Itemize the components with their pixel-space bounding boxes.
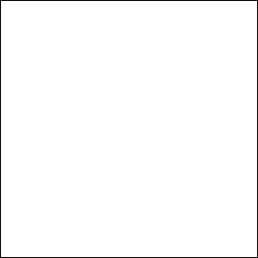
chess-board-frame (0, 0, 258, 258)
chess-board (1, 1, 257, 257)
